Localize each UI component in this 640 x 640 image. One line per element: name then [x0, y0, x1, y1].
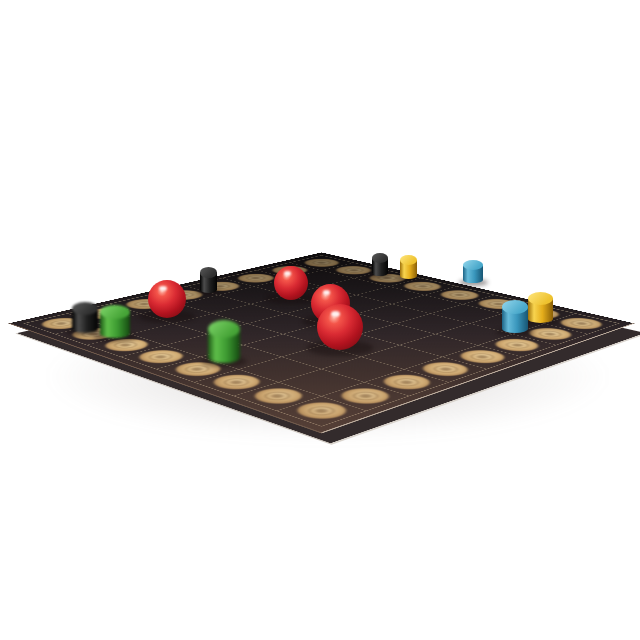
red-marble-2[interactable]: ● [274, 266, 308, 300]
red-marble-body [148, 280, 186, 318]
cylinder-top [200, 267, 217, 278]
black-cylinder-3[interactable]: ⛂ [372, 253, 388, 276]
red-marble-1[interactable]: ● [148, 280, 186, 318]
cylinder-top [100, 305, 130, 319]
red-marble-body [317, 304, 363, 350]
black-cylinder-2[interactable]: ⛂ [200, 267, 217, 293]
red-marble-body [274, 266, 308, 300]
black-cylinder-1[interactable]: ⛂ [72, 302, 98, 333]
red-marble-4[interactable]: ● [317, 304, 363, 350]
photo-scene: ⛂⛂⛂⛂●●⛂●⛂⛂⛂●⛂ [0, 0, 640, 640]
yellow-cylinder-1[interactable]: ⛂ [400, 255, 417, 279]
cylinder-top [372, 253, 388, 263]
blue-cylinder-2[interactable]: ⛂ [502, 300, 528, 333]
cylinder-top [528, 292, 553, 305]
green-cylinder-2[interactable]: ⛂ [208, 320, 240, 363]
cylinder-top [502, 300, 528, 314]
cylinder-top [400, 255, 417, 265]
pieces-layer: ⛂⛂⛂⛂●●⛂●⛂⛂⛂●⛂ [0, 0, 640, 640]
green-cylinder-1[interactable]: ⛂ [100, 305, 130, 338]
cylinder-top [463, 260, 483, 270]
blue-cylinder-1[interactable]: ⛂ [463, 260, 483, 283]
yellow-cylinder-2[interactable]: ⛂ [528, 292, 553, 323]
cylinder-top [208, 320, 240, 338]
cylinder-top [72, 302, 98, 315]
